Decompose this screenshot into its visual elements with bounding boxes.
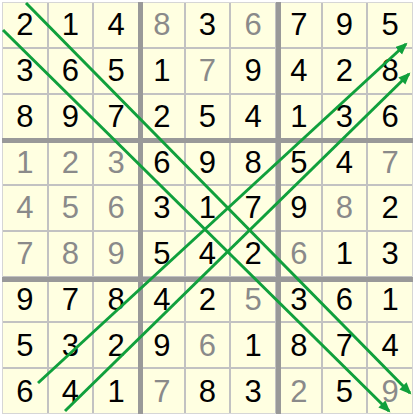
cell-r8c5[interactable]: 6: [186, 323, 230, 367]
cell-r7c1[interactable]: 9: [3, 278, 47, 322]
digit: 3: [108, 147, 125, 178]
digit: 3: [382, 238, 399, 269]
cell-r9c6[interactable]: 3: [231, 369, 275, 413]
digit: 6: [382, 101, 399, 132]
digit: 8: [16, 101, 33, 132]
cell-r6c4[interactable]: 5: [140, 232, 184, 276]
cell-r5c3[interactable]: 6: [94, 186, 138, 230]
cell-r5c8[interactable]: 8: [323, 186, 367, 230]
digit: 9: [199, 147, 216, 178]
cell-r2c2[interactable]: 6: [49, 49, 93, 93]
digit: 7: [108, 101, 125, 132]
digit: 9: [16, 284, 33, 315]
cell-r6c2[interactable]: 8: [49, 232, 93, 276]
digit: 8: [382, 55, 399, 86]
digit: 8: [153, 9, 170, 40]
cell-r3c7[interactable]: 1: [277, 95, 321, 139]
digit: 2: [16, 9, 33, 40]
digit: 8: [245, 147, 262, 178]
cell-r9c7[interactable]: 2: [277, 369, 321, 413]
cell-r8c8[interactable]: 7: [323, 323, 367, 367]
digit: 2: [245, 238, 262, 269]
digit: 4: [62, 376, 79, 407]
cell-r8c6[interactable]: 1: [231, 323, 275, 367]
digit: 3: [290, 284, 307, 315]
digit: 7: [62, 284, 79, 315]
cell-r8c9[interactable]: 4: [368, 323, 412, 367]
cell-r6c8[interactable]: 1: [323, 232, 367, 276]
digit: 1: [16, 147, 33, 178]
digit: 9: [336, 9, 353, 40]
cell-r9c1[interactable]: 6: [3, 369, 47, 413]
cell-r5c9[interactable]: 2: [368, 186, 412, 230]
cell-r1c1[interactable]: 2: [3, 3, 47, 47]
digit: 5: [382, 9, 399, 40]
cell-r7c4[interactable]: 4: [140, 278, 184, 322]
cell-r3c3[interactable]: 7: [94, 95, 138, 139]
digit: 9: [153, 330, 170, 361]
cell-r6c7[interactable]: 6: [277, 232, 321, 276]
cell-r5c5[interactable]: 1: [186, 186, 230, 230]
cell-r3c2[interactable]: 9: [49, 95, 93, 139]
digit: 5: [153, 238, 170, 269]
cell-r5c6[interactable]: 7: [231, 186, 275, 230]
digit: 6: [153, 147, 170, 178]
cell-r3c6[interactable]: 4: [231, 95, 275, 139]
cell-r2c5[interactable]: 7: [186, 49, 230, 93]
digit: 1: [153, 55, 170, 86]
cell-r1c8[interactable]: 9: [323, 3, 367, 47]
cell-r3c4[interactable]: 2: [140, 95, 184, 139]
digit: 9: [108, 238, 125, 269]
digit: 6: [62, 55, 79, 86]
cell-r9c4[interactable]: 7: [140, 369, 184, 413]
cell-r4c8[interactable]: 4: [323, 140, 367, 184]
digit: 9: [62, 101, 79, 132]
digit: 7: [336, 330, 353, 361]
cell-r7c9[interactable]: 1: [368, 278, 412, 322]
digit: 4: [382, 330, 399, 361]
digit: 1: [290, 101, 307, 132]
cell-r1c2[interactable]: 1: [49, 3, 93, 47]
cell-r3c1[interactable]: 8: [3, 95, 47, 139]
cell-r9c8[interactable]: 5: [323, 369, 367, 413]
page: 2148367953651794288972541361236985474563…: [0, 0, 415, 416]
cell-r8c2[interactable]: 3: [49, 323, 93, 367]
digit: 3: [16, 55, 33, 86]
digit: 5: [245, 284, 262, 315]
cell-r2c1[interactable]: 3: [3, 49, 47, 93]
cell-r2c7[interactable]: 4: [277, 49, 321, 93]
digit: 8: [336, 192, 353, 223]
digit: 7: [153, 376, 170, 407]
cell-r6c5[interactable]: 4: [186, 232, 230, 276]
digit: 2: [153, 101, 170, 132]
digit: 4: [153, 284, 170, 315]
cell-r9c2[interactable]: 4: [49, 369, 93, 413]
cell-r3c5[interactable]: 5: [186, 95, 230, 139]
cell-r2c6[interactable]: 9: [231, 49, 275, 93]
cell-r3c8[interactable]: 3: [323, 95, 367, 139]
digit: 3: [62, 330, 79, 361]
cell-r1c5[interactable]: 3: [186, 3, 230, 47]
cell-r4c1[interactable]: 1: [3, 140, 47, 184]
digit: 9: [382, 376, 399, 407]
digit: 4: [16, 192, 33, 223]
digit: 1: [336, 238, 353, 269]
cell-r7c7[interactable]: 3: [277, 278, 321, 322]
digit: 6: [245, 9, 262, 40]
cell-r4c3[interactable]: 3: [94, 140, 138, 184]
digit: 6: [290, 238, 307, 269]
digit: 2: [290, 376, 307, 407]
digit: 2: [336, 55, 353, 86]
digit: 5: [336, 376, 353, 407]
digit: 7: [245, 192, 262, 223]
cell-r4c7[interactable]: 5: [277, 140, 321, 184]
cell-r6c6[interactable]: 2: [231, 232, 275, 276]
digit: 7: [382, 147, 399, 178]
digit: 6: [336, 284, 353, 315]
cell-r8c3[interactable]: 2: [94, 323, 138, 367]
cell-r9c9[interactable]: 9: [368, 369, 412, 413]
cell-r2c4[interactable]: 1: [140, 49, 184, 93]
cell-r4c5[interactable]: 9: [186, 140, 230, 184]
digit: 2: [62, 147, 79, 178]
digit: 8: [290, 330, 307, 361]
digit: 4: [290, 55, 307, 86]
cell-r8c4[interactable]: 9: [140, 323, 184, 367]
digit: 3: [336, 101, 353, 132]
digit: 6: [16, 376, 33, 407]
digit: 5: [16, 330, 33, 361]
cell-r7c6[interactable]: 5: [231, 278, 275, 322]
box-border-horizontal-top: [2, 138, 413, 143]
cell-r7c2[interactable]: 7: [49, 278, 93, 322]
cell-r1c9[interactable]: 5: [368, 3, 412, 47]
digit: 8: [108, 284, 125, 315]
digit: 1: [382, 284, 399, 315]
cell-r9c5[interactable]: 8: [186, 369, 230, 413]
digit: 1: [108, 376, 125, 407]
digit: 8: [62, 238, 79, 269]
digit: 3: [153, 192, 170, 223]
cell-r4c2[interactable]: 2: [49, 140, 93, 184]
cell-r2c9[interactable]: 8: [368, 49, 412, 93]
cell-r9c3[interactable]: 1: [94, 369, 138, 413]
cell-r4c4[interactable]: 6: [140, 140, 184, 184]
cell-r6c3[interactable]: 9: [94, 232, 138, 276]
digit: 3: [199, 9, 216, 40]
cell-r8c1[interactable]: 5: [3, 323, 47, 367]
digit: 6: [108, 192, 125, 223]
digit: 1: [62, 9, 79, 40]
digit: 8: [199, 376, 216, 407]
digit: 7: [290, 9, 307, 40]
sudoku-board: 2148367953651794288972541361236985474563…: [2, 2, 413, 414]
box-border-vertical-right: [276, 2, 281, 414]
digit: 4: [108, 9, 125, 40]
digit: 1: [199, 192, 216, 223]
cell-r5c2[interactable]: 5: [49, 186, 93, 230]
cell-r7c8[interactable]: 6: [323, 278, 367, 322]
cell-r1c7[interactable]: 7: [277, 3, 321, 47]
digit: 7: [199, 55, 216, 86]
cell-r2c8[interactable]: 2: [323, 49, 367, 93]
digit: 5: [199, 101, 216, 132]
digit: 4: [336, 147, 353, 178]
cell-r5c1[interactable]: 4: [3, 186, 47, 230]
cell-r6c9[interactable]: 3: [368, 232, 412, 276]
cell-r1c4[interactable]: 8: [140, 3, 184, 47]
box-border-vertical-left: [138, 2, 143, 414]
cell-r3c9[interactable]: 6: [368, 95, 412, 139]
digit: 1: [245, 330, 262, 361]
digit: 6: [199, 330, 216, 361]
digit: 7: [16, 238, 33, 269]
cell-r5c4[interactable]: 3: [140, 186, 184, 230]
cell-r6c1[interactable]: 7: [3, 232, 47, 276]
digit: 5: [290, 147, 307, 178]
cell-r4c6[interactable]: 8: [231, 140, 275, 184]
digit: 5: [108, 55, 125, 86]
cell-r8c7[interactable]: 8: [277, 323, 321, 367]
digit: 2: [382, 192, 399, 223]
cell-r5c7[interactable]: 9: [277, 186, 321, 230]
digit: 2: [199, 284, 216, 315]
digit: 2: [108, 330, 125, 361]
digit: 4: [245, 101, 262, 132]
cell-r4c9[interactable]: 7: [368, 140, 412, 184]
cell-r7c3[interactable]: 8: [94, 278, 138, 322]
cell-r2c3[interactable]: 5: [94, 49, 138, 93]
cell-r7c5[interactable]: 2: [186, 278, 230, 322]
cell-r1c3[interactable]: 4: [94, 3, 138, 47]
digit: 9: [290, 192, 307, 223]
digit: 3: [245, 376, 262, 407]
cell-r1c6[interactable]: 6: [231, 3, 275, 47]
digit: 9: [245, 55, 262, 86]
digit: 5: [62, 192, 79, 223]
digit: 4: [199, 238, 216, 269]
